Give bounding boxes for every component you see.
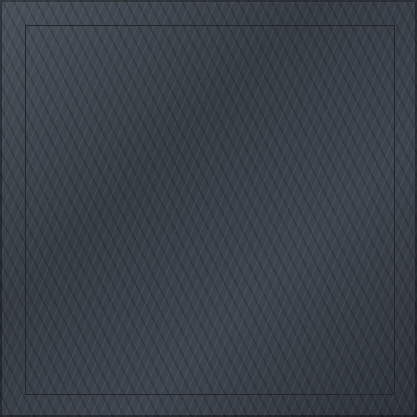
chess-board — [26, 26, 394, 394]
chess-board-frame — [0, 0, 417, 417]
